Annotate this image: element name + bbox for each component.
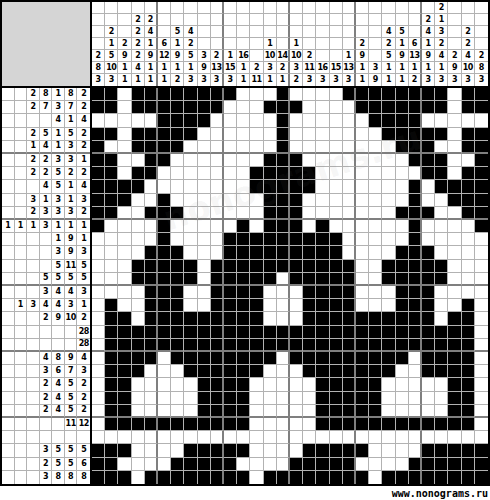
grid-cell[interactable] xyxy=(198,180,211,193)
grid-cell[interactable] xyxy=(343,128,356,141)
grid-cell[interactable] xyxy=(462,458,475,471)
grid-cell[interactable] xyxy=(250,114,263,127)
grid-cell[interactable] xyxy=(475,194,488,207)
grid-cell[interactable] xyxy=(343,101,356,114)
grid-cell[interactable] xyxy=(409,114,422,127)
grid-cell[interactable] xyxy=(316,233,329,246)
grid-cell[interactable] xyxy=(330,352,343,365)
grid-cell[interactable] xyxy=(250,365,263,378)
grid-cell[interactable] xyxy=(250,458,263,471)
grid-cell[interactable] xyxy=(158,141,171,154)
grid-cell[interactable] xyxy=(224,286,237,299)
grid-cell[interactable] xyxy=(303,246,316,259)
grid-cell[interactable] xyxy=(475,167,488,180)
grid-cell[interactable] xyxy=(330,444,343,457)
grid-cell[interactable] xyxy=(435,246,448,259)
grid-cell[interactable] xyxy=(105,154,118,167)
grid-cell[interactable] xyxy=(237,392,250,405)
grid-cell[interactable] xyxy=(356,233,369,246)
grid-cell[interactable] xyxy=(105,141,118,154)
grid-cell[interactable] xyxy=(369,114,382,127)
grid-cell[interactable] xyxy=(382,128,395,141)
grid-cell[interactable] xyxy=(105,312,118,325)
grid-cell[interactable] xyxy=(250,101,263,114)
grid-cell[interactable] xyxy=(330,246,343,259)
grid-cell[interactable] xyxy=(118,339,131,352)
grid-cell[interactable] xyxy=(343,273,356,286)
grid-cell[interactable] xyxy=(343,378,356,391)
grid-cell[interactable] xyxy=(343,180,356,193)
grid-cell[interactable] xyxy=(303,207,316,220)
grid-cell[interactable] xyxy=(462,299,475,312)
grid-cell[interactable] xyxy=(369,141,382,154)
grid-cell[interactable] xyxy=(277,339,290,352)
grid-cell[interactable] xyxy=(132,471,145,484)
grid-cell[interactable] xyxy=(435,444,448,457)
grid-cell[interactable] xyxy=(435,273,448,286)
grid-cell[interactable] xyxy=(211,101,224,114)
grid-cell[interactable] xyxy=(132,128,145,141)
grid-cell[interactable] xyxy=(356,141,369,154)
grid-cell[interactable] xyxy=(145,392,158,405)
grid-cell[interactable] xyxy=(409,458,422,471)
grid-cell[interactable] xyxy=(132,246,145,259)
grid-cell[interactable] xyxy=(224,114,237,127)
grid-cell[interactable] xyxy=(448,154,461,167)
grid-cell[interactable] xyxy=(92,128,105,141)
grid-cell[interactable] xyxy=(396,312,409,325)
grid-cell[interactable] xyxy=(184,114,197,127)
grid-cell[interactable] xyxy=(224,352,237,365)
grid-cell[interactable] xyxy=(105,88,118,101)
grid-cell[interactable] xyxy=(237,128,250,141)
grid-cell[interactable] xyxy=(382,141,395,154)
grid-cell[interactable] xyxy=(264,312,277,325)
grid-cell[interactable] xyxy=(237,365,250,378)
grid-cell[interactable] xyxy=(92,220,105,233)
grid-cell[interactable] xyxy=(330,273,343,286)
grid-cell[interactable] xyxy=(171,458,184,471)
grid-cell[interactable] xyxy=(250,128,263,141)
grid-cell[interactable] xyxy=(118,431,131,444)
grid-cell[interactable] xyxy=(356,246,369,259)
grid-cell[interactable] xyxy=(171,154,184,167)
grid-cell[interactable] xyxy=(462,233,475,246)
grid-cell[interactable] xyxy=(435,194,448,207)
grid-cell[interactable] xyxy=(303,444,316,457)
grid-cell[interactable] xyxy=(211,392,224,405)
grid-cell[interactable] xyxy=(171,207,184,220)
grid-cell[interactable] xyxy=(396,180,409,193)
grid-cell[interactable] xyxy=(316,458,329,471)
grid-cell[interactable] xyxy=(330,167,343,180)
grid-cell[interactable] xyxy=(92,260,105,273)
grid-cell[interactable] xyxy=(356,339,369,352)
grid-cell[interactable] xyxy=(396,444,409,457)
grid-cell[interactable] xyxy=(171,260,184,273)
grid-cell[interactable] xyxy=(422,207,435,220)
grid-cell[interactable] xyxy=(264,458,277,471)
grid-cell[interactable] xyxy=(250,141,263,154)
grid-cell[interactable] xyxy=(184,299,197,312)
grid-cell[interactable] xyxy=(369,299,382,312)
grid-cell[interactable] xyxy=(382,312,395,325)
grid-cell[interactable] xyxy=(118,286,131,299)
grid-cell[interactable] xyxy=(343,260,356,273)
grid-cell[interactable] xyxy=(145,167,158,180)
grid-cell[interactable] xyxy=(409,392,422,405)
grid-cell[interactable] xyxy=(105,286,118,299)
grid-cell[interactable] xyxy=(158,312,171,325)
grid-cell[interactable] xyxy=(409,246,422,259)
grid-cell[interactable] xyxy=(343,392,356,405)
grid-cell[interactable] xyxy=(224,365,237,378)
grid-cell[interactable] xyxy=(462,392,475,405)
grid-cell[interactable] xyxy=(356,444,369,457)
grid-cell[interactable] xyxy=(290,273,303,286)
grid-cell[interactable] xyxy=(105,299,118,312)
grid-cell[interactable] xyxy=(277,471,290,484)
grid-cell[interactable] xyxy=(145,273,158,286)
grid-cell[interactable] xyxy=(250,352,263,365)
grid-cell[interactable] xyxy=(264,365,277,378)
grid-cell[interactable] xyxy=(250,431,263,444)
grid-cell[interactable] xyxy=(382,233,395,246)
grid-cell[interactable] xyxy=(211,114,224,127)
grid-cell[interactable] xyxy=(184,312,197,325)
grid-cell[interactable] xyxy=(224,233,237,246)
grid-cell[interactable] xyxy=(250,418,263,431)
grid-cell[interactable] xyxy=(211,194,224,207)
grid-cell[interactable] xyxy=(105,418,118,431)
grid-cell[interactable] xyxy=(132,114,145,127)
grid-cell[interactable] xyxy=(198,194,211,207)
grid-cell[interactable] xyxy=(92,194,105,207)
grid-cell[interactable] xyxy=(396,431,409,444)
grid-cell[interactable] xyxy=(330,326,343,339)
grid-cell[interactable] xyxy=(264,392,277,405)
grid-cell[interactable] xyxy=(303,312,316,325)
grid-cell[interactable] xyxy=(369,207,382,220)
grid-cell[interactable] xyxy=(224,326,237,339)
grid-cell[interactable] xyxy=(435,233,448,246)
grid-cell[interactable] xyxy=(422,220,435,233)
grid-cell[interactable] xyxy=(303,299,316,312)
grid-cell[interactable] xyxy=(343,365,356,378)
grid-cell[interactable] xyxy=(303,167,316,180)
grid-cell[interactable] xyxy=(448,207,461,220)
grid-cell[interactable] xyxy=(290,378,303,391)
grid-cell[interactable] xyxy=(224,260,237,273)
grid-cell[interactable] xyxy=(448,326,461,339)
grid-cell[interactable] xyxy=(277,167,290,180)
grid-cell[interactable] xyxy=(316,260,329,273)
grid-cell[interactable] xyxy=(316,141,329,154)
grid-cell[interactable] xyxy=(316,128,329,141)
grid-cell[interactable] xyxy=(422,88,435,101)
grid-cell[interactable] xyxy=(409,286,422,299)
grid-cell[interactable] xyxy=(132,154,145,167)
grid-cell[interactable] xyxy=(250,299,263,312)
grid-cell[interactable] xyxy=(92,392,105,405)
grid-cell[interactable] xyxy=(435,141,448,154)
grid-cell[interactable] xyxy=(330,260,343,273)
grid-cell[interactable] xyxy=(132,444,145,457)
grid-cell[interactable] xyxy=(475,88,488,101)
grid-cell[interactable] xyxy=(158,471,171,484)
grid-cell[interactable] xyxy=(171,286,184,299)
grid-cell[interactable] xyxy=(92,101,105,114)
grid-cell[interactable] xyxy=(277,431,290,444)
grid-cell[interactable] xyxy=(303,180,316,193)
grid-cell[interactable] xyxy=(369,220,382,233)
grid-cell[interactable] xyxy=(422,154,435,167)
grid-cell[interactable] xyxy=(303,141,316,154)
grid-cell[interactable] xyxy=(343,471,356,484)
grid-cell[interactable] xyxy=(145,194,158,207)
grid-cell[interactable] xyxy=(330,233,343,246)
grid-cell[interactable] xyxy=(250,392,263,405)
grid-cell[interactable] xyxy=(250,154,263,167)
grid-cell[interactable] xyxy=(343,154,356,167)
grid-cell[interactable] xyxy=(290,88,303,101)
grid-cell[interactable] xyxy=(277,273,290,286)
grid-cell[interactable] xyxy=(448,286,461,299)
grid-cell[interactable] xyxy=(171,299,184,312)
grid-cell[interactable] xyxy=(448,458,461,471)
grid-cell[interactable] xyxy=(145,444,158,457)
grid-cell[interactable] xyxy=(448,260,461,273)
grid-cell[interactable] xyxy=(448,365,461,378)
grid-cell[interactable] xyxy=(198,339,211,352)
grid-cell[interactable] xyxy=(237,114,250,127)
grid-cell[interactable] xyxy=(369,88,382,101)
grid-cell[interactable] xyxy=(277,444,290,457)
grid-cell[interactable] xyxy=(369,378,382,391)
grid-cell[interactable] xyxy=(198,154,211,167)
grid-cell[interactable] xyxy=(382,431,395,444)
grid-cell[interactable] xyxy=(343,312,356,325)
grid-cell[interactable] xyxy=(382,101,395,114)
grid-cell[interactable] xyxy=(118,114,131,127)
grid-cell[interactable] xyxy=(145,233,158,246)
grid-cell[interactable] xyxy=(105,352,118,365)
grid-cell[interactable] xyxy=(290,431,303,444)
grid-cell[interactable] xyxy=(92,167,105,180)
grid-cell[interactable] xyxy=(224,405,237,418)
grid-cell[interactable] xyxy=(462,154,475,167)
grid-cell[interactable] xyxy=(422,392,435,405)
grid-cell[interactable] xyxy=(92,471,105,484)
grid-cell[interactable] xyxy=(330,286,343,299)
grid-cell[interactable] xyxy=(264,128,277,141)
grid-cell[interactable] xyxy=(330,405,343,418)
grid-cell[interactable] xyxy=(369,286,382,299)
grid-cell[interactable] xyxy=(369,405,382,418)
grid-cell[interactable] xyxy=(211,220,224,233)
grid-cell[interactable] xyxy=(158,458,171,471)
grid-cell[interactable] xyxy=(462,378,475,391)
grid-cell[interactable] xyxy=(250,180,263,193)
grid-cell[interactable] xyxy=(462,260,475,273)
grid-cell[interactable] xyxy=(369,312,382,325)
grid-cell[interactable] xyxy=(290,194,303,207)
grid-cell[interactable] xyxy=(290,128,303,141)
grid-cell[interactable] xyxy=(171,194,184,207)
grid-cell[interactable] xyxy=(250,339,263,352)
grid-cell[interactable] xyxy=(158,114,171,127)
grid-cell[interactable] xyxy=(198,392,211,405)
grid-cell[interactable] xyxy=(409,233,422,246)
grid-cell[interactable] xyxy=(475,101,488,114)
grid-cell[interactable] xyxy=(145,378,158,391)
grid-cell[interactable] xyxy=(118,444,131,457)
grid-cell[interactable] xyxy=(158,378,171,391)
grid-cell[interactable] xyxy=(145,431,158,444)
grid-cell[interactable] xyxy=(158,431,171,444)
grid-cell[interactable] xyxy=(382,299,395,312)
grid-cell[interactable] xyxy=(409,405,422,418)
grid-cell[interactable] xyxy=(435,207,448,220)
grid-cell[interactable] xyxy=(158,339,171,352)
grid-cell[interactable] xyxy=(198,458,211,471)
grid-cell[interactable] xyxy=(171,444,184,457)
grid-cell[interactable] xyxy=(409,299,422,312)
grid-cell[interactable] xyxy=(330,299,343,312)
grid-cell[interactable] xyxy=(224,431,237,444)
grid-cell[interactable] xyxy=(250,273,263,286)
grid-cell[interactable] xyxy=(132,326,145,339)
grid-cell[interactable] xyxy=(316,154,329,167)
grid-cell[interactable] xyxy=(277,194,290,207)
grid-cell[interactable] xyxy=(171,418,184,431)
grid-cell[interactable] xyxy=(250,471,263,484)
grid-cell[interactable] xyxy=(356,260,369,273)
grid-cell[interactable] xyxy=(105,233,118,246)
grid-cell[interactable] xyxy=(448,141,461,154)
grid-cell[interactable] xyxy=(409,326,422,339)
grid-cell[interactable] xyxy=(382,194,395,207)
grid-cell[interactable] xyxy=(343,352,356,365)
grid-cell[interactable] xyxy=(264,405,277,418)
grid-cell[interactable] xyxy=(211,233,224,246)
grid-cell[interactable] xyxy=(237,167,250,180)
grid-cell[interactable] xyxy=(145,326,158,339)
grid-cell[interactable] xyxy=(145,246,158,259)
grid-cell[interactable] xyxy=(462,114,475,127)
grid-cell[interactable] xyxy=(290,141,303,154)
grid-cell[interactable] xyxy=(435,365,448,378)
grid-cell[interactable] xyxy=(105,339,118,352)
grid-cell[interactable] xyxy=(250,378,263,391)
grid-cell[interactable] xyxy=(237,154,250,167)
grid-cell[interactable] xyxy=(211,431,224,444)
grid-cell[interactable] xyxy=(343,141,356,154)
grid-cell[interactable] xyxy=(92,180,105,193)
grid-cell[interactable] xyxy=(250,286,263,299)
grid-cell[interactable] xyxy=(145,339,158,352)
grid-cell[interactable] xyxy=(448,233,461,246)
grid-cell[interactable] xyxy=(132,392,145,405)
grid-cell[interactable] xyxy=(316,312,329,325)
grid-cell[interactable] xyxy=(435,392,448,405)
grid-cell[interactable] xyxy=(422,312,435,325)
grid-cell[interactable] xyxy=(290,286,303,299)
grid-cell[interactable] xyxy=(198,299,211,312)
grid-cell[interactable] xyxy=(145,352,158,365)
grid-cell[interactable] xyxy=(422,141,435,154)
grid-cell[interactable] xyxy=(211,339,224,352)
grid-cell[interactable] xyxy=(237,207,250,220)
grid-cell[interactable] xyxy=(198,471,211,484)
grid-cell[interactable] xyxy=(475,207,488,220)
grid-cell[interactable] xyxy=(145,220,158,233)
grid-cell[interactable] xyxy=(396,114,409,127)
grid-cell[interactable] xyxy=(448,246,461,259)
grid-cell[interactable] xyxy=(422,458,435,471)
grid-cell[interactable] xyxy=(409,352,422,365)
grid-cell[interactable] xyxy=(462,167,475,180)
grid-cell[interactable] xyxy=(237,141,250,154)
grid-cell[interactable] xyxy=(475,299,488,312)
grid-cell[interactable] xyxy=(356,167,369,180)
grid-cell[interactable] xyxy=(343,167,356,180)
grid-cell[interactable] xyxy=(316,180,329,193)
grid-cell[interactable] xyxy=(330,154,343,167)
grid-cell[interactable] xyxy=(475,418,488,431)
grid-cell[interactable] xyxy=(237,431,250,444)
grid-cell[interactable] xyxy=(118,418,131,431)
grid-cell[interactable] xyxy=(277,114,290,127)
grid-cell[interactable] xyxy=(356,128,369,141)
grid-cell[interactable] xyxy=(343,326,356,339)
grid-cell[interactable] xyxy=(171,101,184,114)
grid-cell[interactable] xyxy=(290,392,303,405)
grid-cell[interactable] xyxy=(290,154,303,167)
grid-cell[interactable] xyxy=(369,365,382,378)
grid-cell[interactable] xyxy=(343,405,356,418)
grid-cell[interactable] xyxy=(105,405,118,418)
grid-cell[interactable] xyxy=(435,154,448,167)
grid-cell[interactable] xyxy=(396,220,409,233)
grid-cell[interactable] xyxy=(184,326,197,339)
grid-cell[interactable] xyxy=(422,378,435,391)
grid-cell[interactable] xyxy=(277,207,290,220)
grid-cell[interactable] xyxy=(330,312,343,325)
grid-cell[interactable] xyxy=(382,458,395,471)
grid-cell[interactable] xyxy=(250,88,263,101)
grid-cell[interactable] xyxy=(422,233,435,246)
grid-cell[interactable] xyxy=(264,418,277,431)
grid-cell[interactable] xyxy=(316,365,329,378)
grid-cell[interactable] xyxy=(171,141,184,154)
grid-cell[interactable] xyxy=(475,233,488,246)
grid-cell[interactable] xyxy=(356,114,369,127)
grid-cell[interactable] xyxy=(132,220,145,233)
grid-cell[interactable] xyxy=(118,167,131,180)
grid-cell[interactable] xyxy=(224,154,237,167)
grid-cell[interactable] xyxy=(145,101,158,114)
grid-cell[interactable] xyxy=(211,299,224,312)
grid-cell[interactable] xyxy=(290,444,303,457)
grid-cell[interactable] xyxy=(448,220,461,233)
grid-cell[interactable] xyxy=(237,101,250,114)
grid-cell[interactable] xyxy=(448,418,461,431)
grid-cell[interactable] xyxy=(435,312,448,325)
grid-cell[interactable] xyxy=(158,273,171,286)
grid-cell[interactable] xyxy=(475,365,488,378)
grid-cell[interactable] xyxy=(132,88,145,101)
